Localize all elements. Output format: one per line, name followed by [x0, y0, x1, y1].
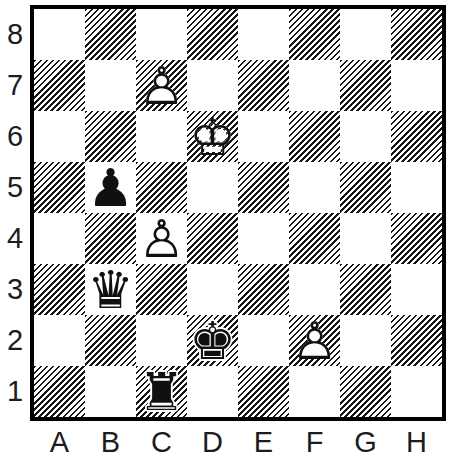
black-king-glyph: ♚: [187, 315, 238, 366]
square-b8: [85, 9, 136, 60]
square-h4: [391, 213, 442, 264]
square-f4: [289, 213, 340, 264]
file-label-f: F: [289, 425, 340, 459]
rank-label-6: 6: [0, 111, 30, 162]
square-f1: [289, 366, 340, 417]
square-g5: [340, 162, 391, 213]
white-king-outline: ♔: [187, 111, 238, 162]
black-queen-glyph: ♛: [85, 264, 136, 315]
square-h8: [391, 9, 442, 60]
black-pawn-glyph: ♟: [85, 162, 136, 213]
square-d7: [187, 60, 238, 111]
rank-label-3: 3: [0, 264, 30, 315]
square-b2: [85, 315, 136, 366]
square-a5: [34, 162, 85, 213]
rank-label-4: 4: [0, 213, 30, 264]
square-g7: [340, 60, 391, 111]
file-label-c: C: [136, 425, 187, 459]
white-king: ♚♔: [187, 111, 238, 162]
white-pawn-outline: ♙: [289, 315, 340, 366]
square-e4: [238, 213, 289, 264]
rank-label-1: 1: [0, 366, 30, 417]
file-label-b: B: [85, 425, 136, 459]
square-d6: ♚♔: [187, 111, 238, 162]
square-h3: [391, 264, 442, 315]
chess-board: ♟♙♚♔♟♟♙♛♚♟♙♜: [34, 9, 442, 417]
square-d2: ♚: [187, 315, 238, 366]
square-c1: ♜: [136, 366, 187, 417]
square-d5: [187, 162, 238, 213]
square-b1: [85, 366, 136, 417]
black-queen: ♛: [85, 264, 136, 315]
square-e6: [238, 111, 289, 162]
square-f7: [289, 60, 340, 111]
square-d4: [187, 213, 238, 264]
square-h5: [391, 162, 442, 213]
square-g1: [340, 366, 391, 417]
square-e7: [238, 60, 289, 111]
square-e3: [238, 264, 289, 315]
square-d1: [187, 366, 238, 417]
square-c3: [136, 264, 187, 315]
square-e8: [238, 9, 289, 60]
white-pawn: ♟♙: [136, 213, 187, 264]
square-c6: [136, 111, 187, 162]
square-c7: ♟♙: [136, 60, 187, 111]
square-e5: [238, 162, 289, 213]
file-label-g: G: [340, 425, 391, 459]
square-g3: [340, 264, 391, 315]
file-label-e: E: [238, 425, 289, 459]
black-rook: ♜: [136, 366, 187, 417]
file-label-d: D: [187, 425, 238, 459]
square-f6: [289, 111, 340, 162]
square-b6: [85, 111, 136, 162]
square-f8: [289, 9, 340, 60]
square-b7: [85, 60, 136, 111]
rank-label-8: 8: [0, 9, 30, 60]
square-g6: [340, 111, 391, 162]
square-g8: [340, 9, 391, 60]
square-c8: [136, 9, 187, 60]
square-a8: [34, 9, 85, 60]
square-b5: ♟: [85, 162, 136, 213]
square-e1: [238, 366, 289, 417]
rank-label-7: 7: [0, 60, 30, 111]
square-b4: [85, 213, 136, 264]
white-pawn-outline: ♙: [136, 213, 187, 264]
rank-label-5: 5: [0, 162, 30, 213]
rank-labels: 87654321: [0, 9, 30, 417]
square-e2: [238, 315, 289, 366]
file-label-a: A: [34, 425, 85, 459]
square-g4: [340, 213, 391, 264]
square-a4: [34, 213, 85, 264]
white-pawn-outline: ♙: [136, 60, 187, 111]
black-rook-glyph: ♜: [136, 366, 187, 417]
square-c5: [136, 162, 187, 213]
square-a3: [34, 264, 85, 315]
file-labels: ABCDEFGH: [34, 425, 442, 459]
square-a7: [34, 60, 85, 111]
square-b3: ♛: [85, 264, 136, 315]
square-h6: [391, 111, 442, 162]
square-f3: [289, 264, 340, 315]
square-g2: [340, 315, 391, 366]
square-c2: [136, 315, 187, 366]
square-h7: [391, 60, 442, 111]
square-a1: [34, 366, 85, 417]
square-a6: [34, 111, 85, 162]
chess-diagram: 87654321 ♟♙♚♔♟♟♙♛♚♟♙♜ ABCDEFGH: [0, 0, 468, 460]
square-f2: ♟♙: [289, 315, 340, 366]
rank-label-2: 2: [0, 315, 30, 366]
square-h2: [391, 315, 442, 366]
square-h1: [391, 366, 442, 417]
file-label-h: H: [391, 425, 442, 459]
board-frame: ♟♙♚♔♟♟♙♛♚♟♙♜: [30, 5, 446, 421]
square-d8: [187, 9, 238, 60]
white-pawn: ♟♙: [289, 315, 340, 366]
square-a2: [34, 315, 85, 366]
black-king: ♚: [187, 315, 238, 366]
white-pawn: ♟♙: [136, 60, 187, 111]
black-pawn: ♟: [85, 162, 136, 213]
square-d3: [187, 264, 238, 315]
square-f5: [289, 162, 340, 213]
square-c4: ♟♙: [136, 213, 187, 264]
